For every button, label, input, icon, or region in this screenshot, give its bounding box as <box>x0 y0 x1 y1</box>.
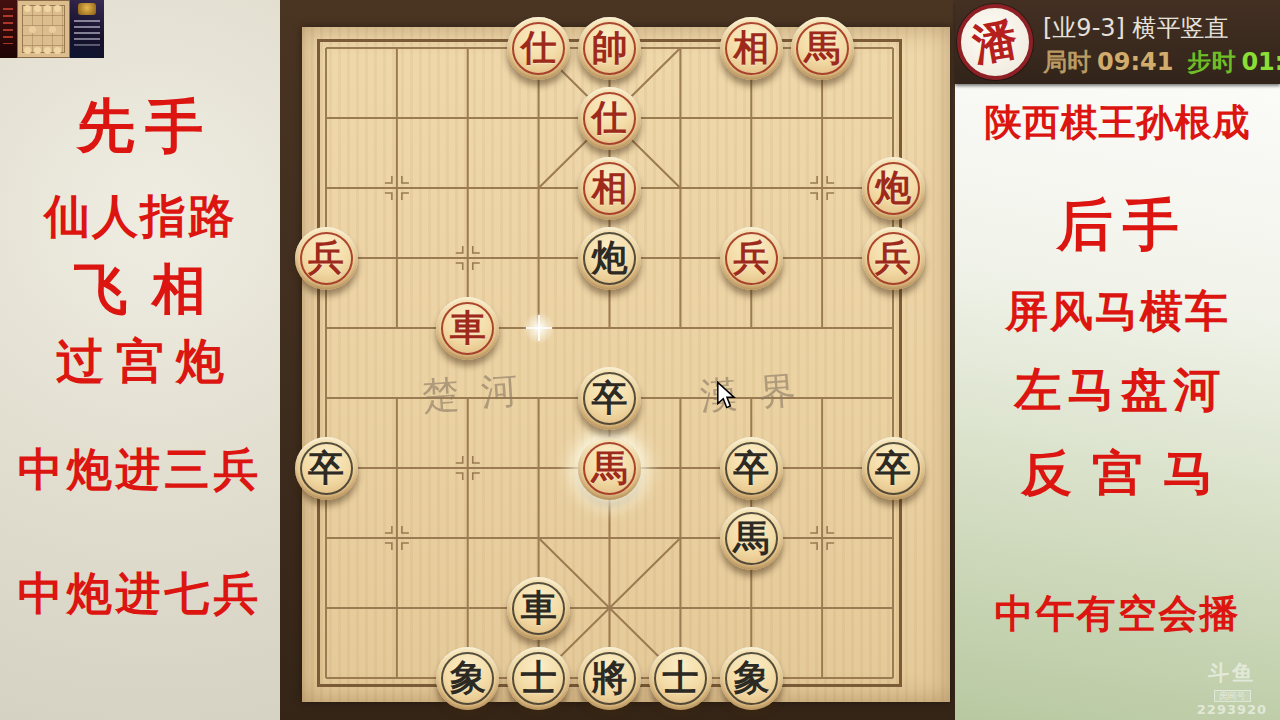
piece-red-相[interactable]: 相 <box>578 157 641 220</box>
piece-red-兵[interactable]: 兵 <box>862 227 925 290</box>
piece-black-卒[interactable]: 卒 <box>578 367 641 430</box>
move-time-label: 步时 <box>1187 48 1235 76</box>
move-time-value: 01:30 <box>1241 48 1280 76</box>
piece-red-車[interactable]: 車 <box>436 297 499 360</box>
piece-glyph: 象 <box>720 647 783 708</box>
piece-glyph: 兵 <box>862 227 925 288</box>
piece-red-馬[interactable]: 馬 <box>791 17 854 80</box>
piece-glyph: 相 <box>578 157 641 218</box>
piece-red-炮[interactable]: 炮 <box>862 157 925 220</box>
piece-black-士[interactable]: 士 <box>649 647 712 710</box>
mouse-cursor-icon <box>716 381 736 411</box>
watermark-room-number: 2293920 <box>1190 703 1274 718</box>
piece-glyph: 兵 <box>295 227 358 288</box>
second-move-heading: 后手 <box>955 188 1280 264</box>
piece-glyph: 卒 <box>720 437 783 498</box>
piece-red-帥[interactable]: 帥 <box>578 17 641 80</box>
piece-black-車[interactable]: 車 <box>507 577 570 640</box>
piece-glyph: 將 <box>578 647 641 708</box>
piece-red-馬[interactable]: 馬 <box>578 437 641 500</box>
piece-glyph: 仕 <box>507 17 570 78</box>
stream-frame: 先手 仙人指路 飞相 过宫炮 中炮进三兵 中炮进七兵 楚河 漢界 仕帥相馬仕相炮… <box>0 0 1280 720</box>
watermark-logo: 斗鱼 <box>1190 661 1274 685</box>
xiangqi-board[interactable]: 楚河 漢界 仕帥相馬仕相炮兵兵兵車馬炮卒卒卒卒馬車象士將士象 <box>302 27 950 702</box>
piece-glyph: 馬 <box>720 507 783 568</box>
piece-glyph: 帥 <box>578 17 641 78</box>
right-announcement-panel: 陕西棋王孙根成 后手 屏风马横车 左马盘河 反宫马 中午有空会播 潘 [业9-3… <box>955 0 1280 720</box>
game-time-value: 09:41 <box>1097 48 1173 76</box>
opening-line: 中炮进七兵 <box>0 570 280 617</box>
left-announcement-panel: 先手 仙人指路 飞相 过宫炮 中炮进三兵 中炮进七兵 <box>0 0 280 720</box>
piece-red-兵[interactable]: 兵 <box>720 227 783 290</box>
clocks: 局时09:41步时01:30 <box>1043 46 1280 78</box>
piece-red-仕[interactable]: 仕 <box>507 17 570 80</box>
opening-line: 仙人指路 <box>0 192 280 240</box>
piece-red-兵[interactable]: 兵 <box>295 227 358 290</box>
stream-thumbnails <box>0 0 104 58</box>
thumbnail-poster <box>70 0 104 58</box>
piece-black-象[interactable]: 象 <box>436 647 499 710</box>
piece-red-相[interactable]: 相 <box>720 17 783 80</box>
move-origin-marker <box>523 312 555 344</box>
piece-glyph: 仕 <box>578 87 641 148</box>
piece-black-馬[interactable]: 馬 <box>720 507 783 570</box>
watermark-room-label: 房间号 <box>1214 690 1251 702</box>
player-info-bar: 潘 [业9-3] 横平竖直 局时09:41步时01:30 <box>955 0 1280 84</box>
piece-glyph: 士 <box>507 647 570 708</box>
piece-glyph: 象 <box>436 647 499 708</box>
piece-glyph: 炮 <box>862 157 925 218</box>
opening-line: 左马盘河 <box>955 359 1280 422</box>
piece-glyph: 相 <box>720 17 783 78</box>
first-move-heading: 先手 <box>0 96 280 157</box>
piece-black-炮[interactable]: 炮 <box>578 227 641 290</box>
piece-glyph: 炮 <box>578 227 641 288</box>
piece-black-卒[interactable]: 卒 <box>862 437 925 500</box>
board-area: 楚河 漢界 仕帥相馬仕相炮兵兵兵車馬炮卒卒卒卒馬車象士將士象 <box>280 0 955 720</box>
piece-glyph: 卒 <box>862 437 925 498</box>
opponent-title: 陕西棋王孙根成 <box>955 98 1280 148</box>
piece-glyph: 馬 <box>791 17 854 78</box>
opening-line: 中炮进三兵 <box>0 446 280 493</box>
piece-glyph: 卒 <box>578 367 641 428</box>
piece-glyph: 車 <box>507 577 570 638</box>
piece-black-士[interactable]: 士 <box>507 647 570 710</box>
game-time-label: 局时 <box>1043 48 1091 76</box>
avatar-calligraphy: 潘 <box>956 3 1035 82</box>
thumbnail-chat <box>0 0 17 58</box>
platform-watermark: 斗鱼 房间号 2293920 <box>1190 661 1274 718</box>
piece-glyph: 士 <box>649 647 712 708</box>
opening-line: 屏风马横车 <box>955 283 1280 341</box>
piece-black-卒[interactable]: 卒 <box>720 437 783 500</box>
piece-red-仕[interactable]: 仕 <box>578 87 641 150</box>
piece-glyph: 兵 <box>720 227 783 288</box>
player-name: [业9-3] 横平竖直 <box>1043 12 1229 44</box>
river-label-chu: 楚河 <box>420 364 541 422</box>
opening-line: 反宫马 <box>955 442 1280 508</box>
piece-black-卒[interactable]: 卒 <box>295 437 358 500</box>
opening-line: 过宫炮 <box>0 336 280 386</box>
piece-black-象[interactable]: 象 <box>720 647 783 710</box>
piece-glyph: 卒 <box>295 437 358 498</box>
thumbnail-board-preview <box>17 0 70 58</box>
piece-black-將[interactable]: 將 <box>578 647 641 710</box>
piece-glyph: 馬 <box>578 437 641 498</box>
player-avatar: 潘 <box>957 4 1033 80</box>
piece-glyph: 車 <box>436 297 499 358</box>
schedule-note: 中午有空会播 <box>955 587 1280 641</box>
opening-line: 飞相 <box>0 262 280 319</box>
